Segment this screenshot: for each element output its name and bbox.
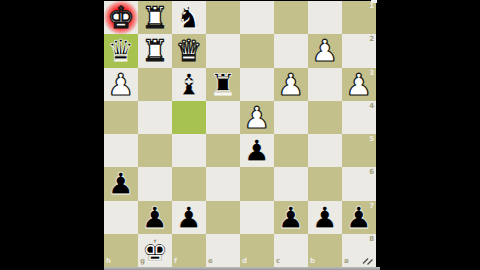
square-h3[interactable]: ♟ [104,68,138,101]
square-b2[interactable]: ♟ [308,34,342,67]
resize-handle-icon[interactable] [362,255,375,267]
square-b8[interactable]: b [308,234,342,267]
square-c7[interactable]: ♟ [274,201,308,234]
square-d1[interactable] [240,1,274,34]
square-c5[interactable] [274,134,308,167]
square-g1[interactable]: ♜ [138,1,172,34]
square-c6[interactable] [274,167,308,200]
square-b6[interactable] [308,167,342,200]
square-h8[interactable]: h [104,234,138,267]
square-c3[interactable]: ♟ [274,68,308,101]
square-h7[interactable] [104,201,138,234]
square-g2[interactable]: ♜ [138,34,172,67]
coord-rank-7: 7 [369,203,374,210]
coord-rank-6: 6 [369,169,374,176]
square-h1[interactable]: ♚ [104,1,138,34]
square-h5[interactable] [104,134,138,167]
coord-file-e: e [208,258,213,265]
square-a1[interactable]: 1 [342,1,376,34]
square-a2[interactable]: 2 [342,34,376,67]
piece-black-knight[interactable]: ♞ [176,1,203,34]
piece-white-pawn[interactable]: ♟ [278,68,305,101]
square-d2[interactable] [240,34,274,67]
square-a6[interactable]: 6 [342,167,376,200]
square-b5[interactable] [308,134,342,167]
square-d8[interactable]: d [240,234,274,267]
square-e2[interactable] [206,34,240,67]
square-c8[interactable]: c [274,234,308,267]
square-d4[interactable]: ♟ [240,101,274,134]
square-b1[interactable] [308,1,342,34]
square-e7[interactable] [206,201,240,234]
square-c1[interactable] [274,1,308,34]
piece-black-pawn[interactable]: ♟ [312,201,339,234]
square-f5[interactable] [172,134,206,167]
square-d6[interactable] [240,167,274,200]
page-background: ♚♜♞1♛♜♛♟2♟♝♜♟♟3♟4♟5♟6♟♟♟♟♟7h♚gfedcb8a [0,0,480,270]
piece-black-king[interactable]: ♚ [142,234,169,267]
square-g8[interactable]: ♚g [138,234,172,267]
coord-rank-4: 4 [369,103,374,110]
piece-black-pawn[interactable]: ♟ [142,201,169,234]
square-a7[interactable]: ♟7 [342,201,376,234]
piece-black-queen[interactable]: ♛ [108,34,135,67]
piece-white-pawn[interactable]: ♟ [312,34,339,67]
square-g7[interactable]: ♟ [138,201,172,234]
square-f1[interactable]: ♞ [172,1,206,34]
square-a3[interactable]: ♟3 [342,68,376,101]
coord-file-g: g [140,258,145,265]
piece-black-pawn[interactable]: ♟ [176,201,203,234]
piece-black-pawn[interactable]: ♟ [278,201,305,234]
square-e6[interactable] [206,167,240,200]
coord-rank-3: 3 [369,70,374,77]
chess-board[interactable]: ♚♜♞1♛♜♛♟2♟♝♜♟♟3♟4♟5♟6♟♟♟♟♟7h♚gfedcb8a [104,1,376,267]
square-c4[interactable] [274,101,308,134]
coord-file-d: d [242,258,247,265]
square-a5[interactable]: 5 [342,134,376,167]
square-e1[interactable] [206,1,240,34]
square-h4[interactable] [104,101,138,134]
piece-white-rook[interactable]: ♜ [142,1,169,34]
piece-black-bishop[interactable]: ♝ [176,68,203,101]
square-f8[interactable]: f [172,234,206,267]
coord-rank-8: 8 [369,236,374,243]
square-d5[interactable]: ♟ [240,134,274,167]
square-f2[interactable]: ♛ [172,34,206,67]
piece-white-rook[interactable]: ♜ [142,34,169,67]
coord-file-h: h [106,258,111,265]
piece-black-rook[interactable]: ♜ [210,68,237,101]
coord-file-f: f [174,258,177,265]
square-h2[interactable]: ♛ [104,34,138,67]
piece-black-pawn[interactable]: ♟ [244,134,271,167]
coord-rank-5: 5 [369,136,374,143]
square-b7[interactable]: ♟ [308,201,342,234]
coord-file-b: b [310,258,315,265]
square-b3[interactable] [308,68,342,101]
square-b4[interactable] [308,101,342,134]
piece-white-king[interactable]: ♚ [108,1,135,34]
square-g3[interactable] [138,68,172,101]
square-d3[interactable] [240,68,274,101]
coord-file-a: a [344,258,349,265]
square-g4[interactable] [138,101,172,134]
square-f4[interactable] [172,101,206,134]
square-f7[interactable]: ♟ [172,201,206,234]
square-h6[interactable]: ♟ [104,167,138,200]
piece-black-pawn[interactable]: ♟ [108,167,135,200]
coord-rank-1: 1 [369,3,374,10]
coord-file-c: c [276,258,280,265]
coord-rank-2: 2 [369,36,374,43]
square-g5[interactable] [138,134,172,167]
square-d7[interactable] [240,201,274,234]
square-c2[interactable] [274,34,308,67]
square-e5[interactable] [206,134,240,167]
square-f3[interactable]: ♝ [172,68,206,101]
piece-white-queen[interactable]: ♛ [176,34,203,67]
square-g6[interactable] [138,167,172,200]
square-a4[interactable]: 4 [342,101,376,134]
square-f6[interactable] [172,167,206,200]
square-e4[interactable] [206,101,240,134]
square-e8[interactable]: e [206,234,240,267]
piece-white-pawn[interactable]: ♟ [244,101,271,134]
square-e3[interactable]: ♜ [206,68,240,101]
piece-white-pawn[interactable]: ♟ [108,68,135,101]
